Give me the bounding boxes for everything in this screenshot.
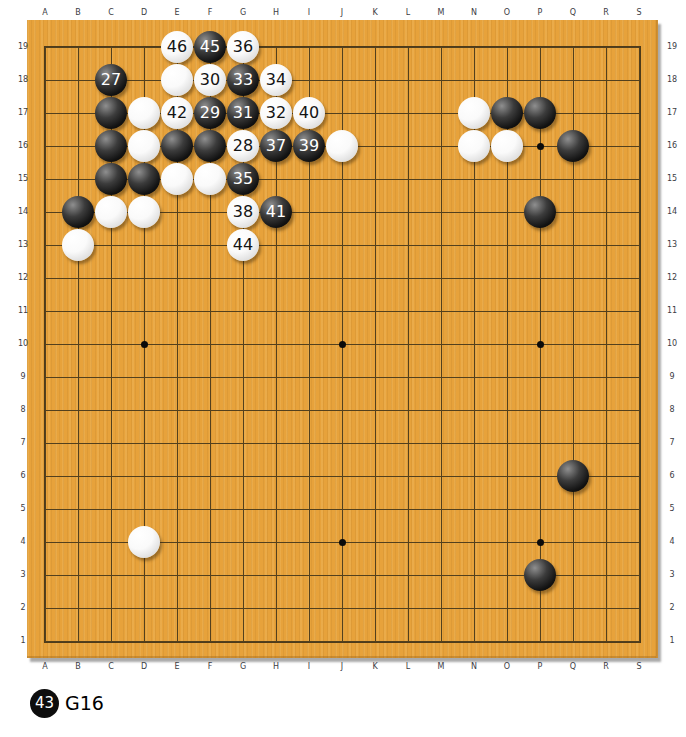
move-number: 36 bbox=[233, 39, 253, 55]
caption-black-stone-icon: 43 bbox=[30, 689, 59, 718]
coord-label-right-1: 1 bbox=[659, 636, 685, 646]
coord-label-left-10: 10 bbox=[10, 339, 36, 349]
coord-label-right-11: 11 bbox=[659, 306, 685, 316]
coord-label-left-4: 4 bbox=[10, 537, 36, 547]
move-number: 45 bbox=[200, 39, 220, 55]
coord-label-top-B: B bbox=[67, 8, 89, 18]
coord-label-bottom-C: C bbox=[100, 662, 122, 672]
stone-black-p17 bbox=[524, 97, 556, 129]
stone-white-n17 bbox=[458, 97, 490, 129]
coord-label-bottom-L: L bbox=[397, 662, 419, 672]
coord-label-right-3: 3 bbox=[659, 570, 685, 580]
coord-label-right-17: 17 bbox=[659, 108, 685, 118]
stone-black-d15 bbox=[128, 163, 160, 195]
coord-label-left-9: 9 bbox=[10, 372, 36, 382]
coord-label-bottom-F: F bbox=[199, 662, 221, 672]
coord-label-bottom-G: G bbox=[232, 662, 254, 672]
coord-label-top-D: D bbox=[133, 8, 155, 18]
coord-label-top-C: C bbox=[100, 8, 122, 18]
grid-line bbox=[45, 509, 640, 510]
coord-label-left-7: 7 bbox=[10, 438, 36, 448]
go-diagram: AABBCCDDEEFFGGHHIIJJKKLLMMNNOOPPQQRRSS19… bbox=[0, 0, 686, 737]
stone-white-e18 bbox=[161, 64, 193, 96]
coord-label-top-E: E bbox=[166, 8, 188, 18]
coord-label-top-G: G bbox=[232, 8, 254, 18]
coord-label-top-N: N bbox=[463, 8, 485, 18]
coord-label-right-18: 18 bbox=[659, 75, 685, 85]
coord-label-right-8: 8 bbox=[659, 405, 685, 415]
stone-black-h14: 41 bbox=[260, 196, 292, 228]
coord-label-right-6: 6 bbox=[659, 471, 685, 481]
stone-black-c17 bbox=[95, 97, 127, 129]
coord-label-left-3: 3 bbox=[10, 570, 36, 580]
move-number: 38 bbox=[233, 204, 253, 220]
stone-white-d17 bbox=[128, 97, 160, 129]
stone-white-e19: 46 bbox=[161, 31, 193, 63]
stone-white-f18: 30 bbox=[194, 64, 226, 96]
move-number: 46 bbox=[167, 39, 187, 55]
star-point bbox=[339, 341, 346, 348]
coord-label-right-15: 15 bbox=[659, 174, 685, 184]
coord-label-top-H: H bbox=[265, 8, 287, 18]
stone-white-h17: 32 bbox=[260, 97, 292, 129]
coord-label-right-2: 2 bbox=[659, 603, 685, 613]
stone-white-e15 bbox=[161, 163, 193, 195]
stone-black-p14 bbox=[524, 196, 556, 228]
coord-label-left-2: 2 bbox=[10, 603, 36, 613]
stone-white-e17: 42 bbox=[161, 97, 193, 129]
coord-label-bottom-Q: Q bbox=[562, 662, 584, 672]
move-number: 27 bbox=[101, 72, 121, 88]
stone-white-g19: 36 bbox=[227, 31, 259, 63]
grid-line bbox=[639, 47, 640, 642]
stone-white-i17: 40 bbox=[293, 97, 325, 129]
stone-black-f16 bbox=[194, 130, 226, 162]
move-number: 39 bbox=[299, 138, 319, 154]
stone-white-d4 bbox=[128, 526, 160, 558]
star-point bbox=[537, 539, 544, 546]
coord-label-left-12: 12 bbox=[10, 273, 36, 283]
coord-label-left-14: 14 bbox=[10, 207, 36, 217]
star-point bbox=[339, 539, 346, 546]
stone-white-n16 bbox=[458, 130, 490, 162]
grid-line bbox=[45, 608, 640, 609]
coord-label-left-16: 16 bbox=[10, 141, 36, 151]
coord-label-left-15: 15 bbox=[10, 174, 36, 184]
stone-black-f17: 29 bbox=[194, 97, 226, 129]
move-number: 33 bbox=[233, 72, 253, 88]
stone-white-o16 bbox=[491, 130, 523, 162]
grid-line bbox=[45, 641, 640, 642]
stone-black-q6 bbox=[557, 460, 589, 492]
move-number: 32 bbox=[266, 105, 286, 121]
coord-label-right-4: 4 bbox=[659, 537, 685, 547]
move-number: 41 bbox=[266, 204, 286, 220]
grid-line bbox=[45, 476, 640, 477]
coord-label-left-19: 19 bbox=[10, 42, 36, 52]
grid-line bbox=[45, 410, 640, 411]
coord-label-top-Q: Q bbox=[562, 8, 584, 18]
coord-label-left-1: 1 bbox=[10, 636, 36, 646]
coord-label-bottom-O: O bbox=[496, 662, 518, 672]
coord-label-bottom-D: D bbox=[133, 662, 155, 672]
coord-label-right-16: 16 bbox=[659, 141, 685, 151]
move-number: 31 bbox=[233, 105, 253, 121]
coord-label-left-6: 6 bbox=[10, 471, 36, 481]
coord-label-right-19: 19 bbox=[659, 42, 685, 52]
stone-white-d14 bbox=[128, 196, 160, 228]
caption-move-number: 43 bbox=[35, 696, 54, 711]
coord-label-bottom-A: A bbox=[34, 662, 56, 672]
star-point bbox=[141, 341, 148, 348]
coord-label-top-K: K bbox=[364, 8, 386, 18]
coord-label-right-10: 10 bbox=[659, 339, 685, 349]
coord-label-bottom-H: H bbox=[265, 662, 287, 672]
stone-white-b13 bbox=[62, 229, 94, 261]
stone-white-g16: 28 bbox=[227, 130, 259, 162]
coord-label-bottom-N: N bbox=[463, 662, 485, 672]
coord-label-bottom-B: B bbox=[67, 662, 89, 672]
stone-black-e16 bbox=[161, 130, 193, 162]
coord-label-top-L: L bbox=[397, 8, 419, 18]
stone-black-g18: 33 bbox=[227, 64, 259, 96]
coord-label-right-5: 5 bbox=[659, 504, 685, 514]
stone-black-c15 bbox=[95, 163, 127, 195]
stone-white-c14 bbox=[95, 196, 127, 228]
coord-label-bottom-R: R bbox=[595, 662, 617, 672]
coord-label-top-R: R bbox=[595, 8, 617, 18]
coord-label-right-9: 9 bbox=[659, 372, 685, 382]
coord-label-top-A: A bbox=[34, 8, 56, 18]
coord-label-top-M: M bbox=[430, 8, 452, 18]
coord-label-top-P: P bbox=[529, 8, 551, 18]
stone-black-h16: 37 bbox=[260, 130, 292, 162]
coord-label-bottom-I: I bbox=[298, 662, 320, 672]
move-number: 44 bbox=[233, 237, 253, 253]
stone-black-i16: 39 bbox=[293, 130, 325, 162]
grid-line bbox=[375, 47, 376, 642]
grid-line bbox=[606, 47, 607, 642]
coord-label-top-I: I bbox=[298, 8, 320, 18]
coord-label-top-F: F bbox=[199, 8, 221, 18]
coord-label-bottom-M: M bbox=[430, 662, 452, 672]
stone-black-c18: 27 bbox=[95, 64, 127, 96]
coord-label-left-13: 13 bbox=[10, 240, 36, 250]
grid-line bbox=[408, 47, 409, 642]
move-number: 42 bbox=[167, 105, 187, 121]
coord-label-left-8: 8 bbox=[10, 405, 36, 415]
coord-label-top-S: S bbox=[628, 8, 650, 18]
coord-label-top-O: O bbox=[496, 8, 518, 18]
stone-black-c16 bbox=[95, 130, 127, 162]
stone-white-h18: 34 bbox=[260, 64, 292, 96]
grid-line bbox=[441, 47, 442, 642]
coord-label-bottom-K: K bbox=[364, 662, 386, 672]
coord-label-right-13: 13 bbox=[659, 240, 685, 250]
stone-white-d16 bbox=[128, 130, 160, 162]
stone-white-g14: 38 bbox=[227, 196, 259, 228]
coord-label-top-J: J bbox=[331, 8, 353, 18]
coord-label-right-12: 12 bbox=[659, 273, 685, 283]
coord-label-left-5: 5 bbox=[10, 504, 36, 514]
stone-white-g13: 44 bbox=[227, 229, 259, 261]
move-number: 28 bbox=[233, 138, 253, 154]
stone-black-g17: 31 bbox=[227, 97, 259, 129]
coord-label-left-18: 18 bbox=[10, 75, 36, 85]
stone-black-o17 bbox=[491, 97, 523, 129]
stone-black-g15: 35 bbox=[227, 163, 259, 195]
move-number: 30 bbox=[200, 72, 220, 88]
move-number: 37 bbox=[266, 138, 286, 154]
grid-line bbox=[45, 443, 640, 444]
move-number: 35 bbox=[233, 171, 253, 187]
move-caption: 43 G16 bbox=[30, 688, 104, 718]
stone-black-f19: 45 bbox=[194, 31, 226, 63]
move-number: 40 bbox=[299, 105, 319, 121]
star-point bbox=[537, 143, 544, 150]
stone-white-f15 bbox=[194, 163, 226, 195]
stone-black-b14 bbox=[62, 196, 94, 228]
coord-label-right-7: 7 bbox=[659, 438, 685, 448]
coord-label-bottom-J: J bbox=[331, 662, 353, 672]
caption-coordinate: G16 bbox=[65, 694, 104, 713]
stone-white-j16 bbox=[326, 130, 358, 162]
move-number: 34 bbox=[266, 72, 286, 88]
stone-black-p3 bbox=[524, 559, 556, 591]
move-number: 29 bbox=[200, 105, 220, 121]
coord-label-left-11: 11 bbox=[10, 306, 36, 316]
coord-label-bottom-P: P bbox=[529, 662, 551, 672]
coord-label-left-17: 17 bbox=[10, 108, 36, 118]
grid-line bbox=[45, 377, 640, 378]
coord-label-right-14: 14 bbox=[659, 207, 685, 217]
stone-black-q16 bbox=[557, 130, 589, 162]
star-point bbox=[537, 341, 544, 348]
coord-label-bottom-E: E bbox=[166, 662, 188, 672]
coord-label-bottom-S: S bbox=[628, 662, 650, 672]
